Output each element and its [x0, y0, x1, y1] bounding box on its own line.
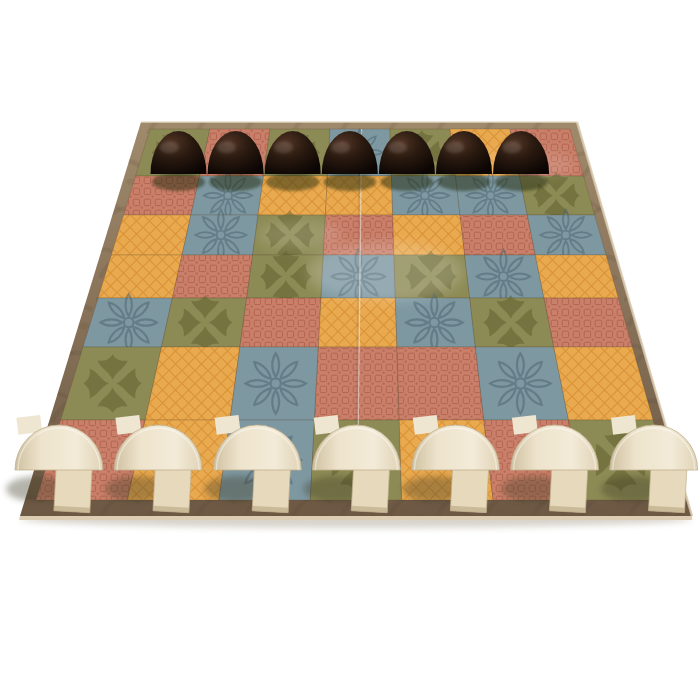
yellow-lattice-motif	[98, 255, 182, 298]
yellow-lattice-motif	[111, 215, 191, 255]
piece-reflection	[437, 173, 490, 191]
piece-front-flap[interactable]	[351, 465, 389, 513]
square-r5c1[interactable]	[83, 298, 172, 347]
gloss-highlight	[445, 141, 464, 153]
piece-front-flap[interactable]	[54, 465, 92, 513]
piece-front-flap[interactable]	[252, 465, 290, 513]
gloss-highlight	[217, 141, 236, 153]
yellow-lattice-motif	[145, 347, 240, 420]
gloss-highlight	[274, 141, 293, 153]
piece-reflection	[152, 173, 205, 191]
piece-front-flap[interactable]	[649, 465, 687, 513]
game-board-scene	[0, 0, 700, 700]
gloss-highlight	[331, 141, 350, 153]
board-edge-bottom	[19, 516, 692, 520]
red-tile-motif	[397, 347, 484, 420]
red-tile-motif	[544, 298, 632, 347]
piece-reflection	[266, 173, 319, 191]
piece-reflection	[209, 173, 262, 191]
piece-reflection	[494, 173, 547, 191]
piece-front-flap[interactable]	[549, 465, 587, 513]
piece-front-flap[interactable]	[153, 465, 191, 513]
gloss-highlight	[502, 141, 521, 153]
piece-reflection	[323, 173, 376, 191]
red-tile-motif	[240, 298, 321, 347]
board-photo	[0, 0, 700, 700]
piece-reflection	[380, 173, 433, 191]
piece-front-flap[interactable]	[450, 465, 488, 513]
red-tile-motif	[460, 215, 535, 255]
glare-spot	[258, 220, 342, 250]
glare-spot	[307, 242, 463, 302]
gloss-highlight	[388, 141, 407, 153]
white-arch-piece-7[interactable]	[601, 415, 698, 513]
red-tile-motif	[172, 255, 252, 298]
yellow-lattice-motif	[535, 255, 618, 298]
gloss-highlight	[160, 141, 179, 153]
